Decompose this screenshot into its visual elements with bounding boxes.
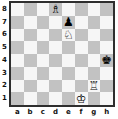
square-b7[interactable] <box>24 16 37 29</box>
file-label-g: g <box>88 107 101 118</box>
rank-label-7: 7 <box>0 16 9 29</box>
square-g8[interactable] <box>88 3 101 16</box>
square-b5[interactable] <box>24 41 37 54</box>
square-d7[interactable] <box>49 16 62 29</box>
square-h1[interactable] <box>100 92 113 105</box>
file-label-d: d <box>49 107 62 118</box>
square-a1[interactable] <box>11 92 24 105</box>
square-b3[interactable] <box>24 67 37 80</box>
square-g7[interactable] <box>88 16 101 29</box>
square-e7[interactable]: ♟ <box>62 16 75 29</box>
square-h8[interactable] <box>100 3 113 16</box>
square-a3[interactable] <box>11 67 24 80</box>
rank-label-4: 4 <box>0 54 9 67</box>
square-a6[interactable] <box>11 29 24 42</box>
rank-labels: 87654321 <box>0 3 9 105</box>
square-d5[interactable] <box>49 41 62 54</box>
square-b8[interactable] <box>24 3 37 16</box>
square-d8[interactable]: ♗ <box>49 3 62 16</box>
file-label-a: a <box>11 107 24 118</box>
square-e4[interactable] <box>62 54 75 67</box>
square-g2[interactable]: ♖ <box>88 80 101 93</box>
square-c7[interactable] <box>37 16 50 29</box>
square-c6[interactable] <box>37 29 50 42</box>
square-b2[interactable] <box>24 80 37 93</box>
square-a2[interactable] <box>11 80 24 93</box>
square-h2[interactable] <box>100 80 113 93</box>
square-f6[interactable] <box>75 29 88 42</box>
rank-label-6: 6 <box>0 29 9 42</box>
square-a8[interactable] <box>11 3 24 16</box>
rank-label-3: 3 <box>0 67 9 80</box>
file-label-b: b <box>24 107 37 118</box>
square-c5[interactable] <box>37 41 50 54</box>
rank-label-5: 5 <box>0 41 9 54</box>
square-g1[interactable] <box>88 92 101 105</box>
square-h3[interactable] <box>100 67 113 80</box>
square-g6[interactable] <box>88 29 101 42</box>
chess-diagram: 87654321 ♗♟♘♚♖♔ abcdefgh <box>0 0 118 119</box>
square-e5[interactable] <box>62 41 75 54</box>
square-c1[interactable] <box>37 92 50 105</box>
square-d3[interactable] <box>49 67 62 80</box>
piece-white-bishop: ♗ <box>50 3 61 15</box>
square-b1[interactable] <box>24 92 37 105</box>
square-c8[interactable] <box>37 3 50 16</box>
square-g4[interactable] <box>88 54 101 67</box>
square-h4[interactable]: ♚ <box>100 54 113 67</box>
square-b4[interactable] <box>24 54 37 67</box>
piece-white-knight: ♘ <box>63 29 74 41</box>
piece-black-pawn: ♟ <box>63 16 74 28</box>
piece-white-king: ♔ <box>76 92 87 104</box>
square-e8[interactable] <box>62 3 75 16</box>
square-c4[interactable] <box>37 54 50 67</box>
square-g3[interactable] <box>88 67 101 80</box>
rank-label-2: 2 <box>0 80 9 93</box>
file-label-h: h <box>100 107 113 118</box>
piece-black-king: ♚ <box>101 54 112 66</box>
square-d2[interactable] <box>49 80 62 93</box>
square-e6[interactable]: ♘ <box>62 29 75 42</box>
file-label-f: f <box>75 107 88 118</box>
file-labels: abcdefgh <box>11 107 113 118</box>
square-a7[interactable] <box>11 16 24 29</box>
square-f1[interactable]: ♔ <box>75 92 88 105</box>
rank-label-1: 1 <box>0 92 9 105</box>
square-h6[interactable] <box>100 29 113 42</box>
file-label-c: c <box>37 107 50 118</box>
rank-label-8: 8 <box>0 3 9 16</box>
square-h7[interactable] <box>100 16 113 29</box>
square-d4[interactable] <box>49 54 62 67</box>
square-f5[interactable] <box>75 41 88 54</box>
square-d1[interactable] <box>49 92 62 105</box>
square-f4[interactable] <box>75 54 88 67</box>
square-f2[interactable] <box>75 80 88 93</box>
square-e3[interactable] <box>62 67 75 80</box>
square-a4[interactable] <box>11 54 24 67</box>
piece-white-rook: ♖ <box>88 80 99 92</box>
square-b6[interactable] <box>24 29 37 42</box>
square-a5[interactable] <box>11 41 24 54</box>
square-d6[interactable] <box>49 29 62 42</box>
square-g5[interactable] <box>88 41 101 54</box>
square-f8[interactable] <box>75 3 88 16</box>
file-label-e: e <box>62 107 75 118</box>
square-e1[interactable] <box>62 92 75 105</box>
chess-board: ♗♟♘♚♖♔ <box>9 1 115 107</box>
square-e2[interactable] <box>62 80 75 93</box>
square-f3[interactable] <box>75 67 88 80</box>
square-h5[interactable] <box>100 41 113 54</box>
square-f7[interactable] <box>75 16 88 29</box>
square-c3[interactable] <box>37 67 50 80</box>
square-c2[interactable] <box>37 80 50 93</box>
